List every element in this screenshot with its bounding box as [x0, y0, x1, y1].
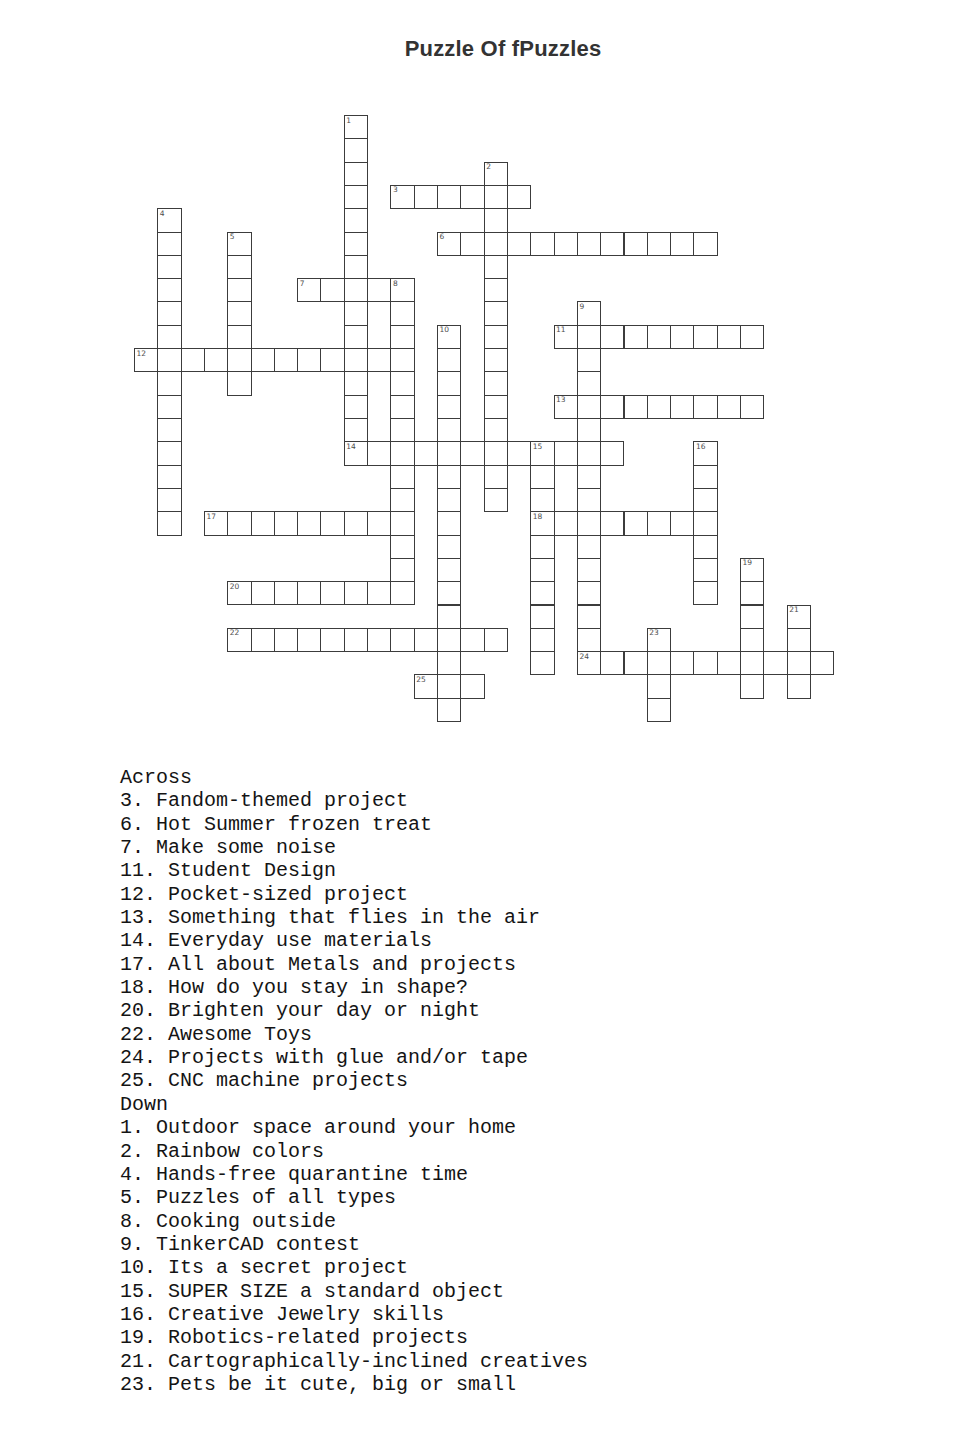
grid-cell[interactable]: [297, 511, 321, 535]
grid-cell[interactable]: [530, 465, 554, 489]
grid-cell[interactable]: 12: [134, 348, 158, 372]
grid-cell[interactable]: [647, 651, 671, 675]
grid-cell[interactable]: [693, 511, 717, 535]
grid-cell[interactable]: 19: [740, 558, 764, 582]
grid-cell[interactable]: [484, 278, 508, 302]
grid-cell[interactable]: [437, 558, 461, 582]
grid-cell[interactable]: 3: [390, 185, 414, 209]
grid-cell[interactable]: [320, 581, 344, 605]
grid-cell[interactable]: 2: [484, 162, 508, 186]
grid-cell[interactable]: [624, 651, 648, 675]
clue-across-6: 6. Hot Summer frozen treat: [120, 813, 588, 836]
clue-down-19: 19. Robotics-related projects: [120, 1326, 588, 1349]
grid-cell[interactable]: [530, 605, 554, 629]
clues-down-heading: Down: [120, 1093, 588, 1116]
cell-number: 19: [743, 559, 753, 567]
grid-cell[interactable]: [554, 232, 578, 256]
cell-number: 18: [533, 513, 543, 521]
grid-cell[interactable]: 6: [437, 232, 461, 256]
grid-cell[interactable]: [530, 628, 554, 652]
grid-cell[interactable]: [717, 651, 741, 675]
grid-cell[interactable]: 24: [577, 651, 601, 675]
grid-cell[interactable]: [507, 441, 531, 465]
grid-cell[interactable]: 1: [344, 115, 368, 139]
grid-cell[interactable]: [600, 511, 624, 535]
grid-cell[interactable]: [740, 395, 764, 419]
grid-cell[interactable]: 10: [437, 325, 461, 349]
grid-cell[interactable]: 18: [530, 511, 554, 535]
cell-number: 25: [416, 676, 426, 684]
grid-cell[interactable]: [344, 255, 368, 279]
grid-cell[interactable]: [437, 441, 461, 465]
grid-cell[interactable]: [740, 605, 764, 629]
grid-cell[interactable]: [367, 511, 391, 535]
grid-cell[interactable]: [740, 628, 764, 652]
grid-cell[interactable]: [344, 348, 368, 372]
grid-cell[interactable]: [390, 371, 414, 395]
grid-cell[interactable]: [320, 511, 344, 535]
grid-cell[interactable]: [670, 651, 694, 675]
grid-cell[interactable]: [577, 371, 601, 395]
grid-cell[interactable]: [437, 698, 461, 722]
grid-cell[interactable]: [460, 441, 484, 465]
grid-cell[interactable]: [484, 301, 508, 325]
grid-cell[interactable]: [320, 348, 344, 372]
grid-cell[interactable]: 14: [344, 441, 368, 465]
grid-cell[interactable]: [251, 511, 275, 535]
grid-cell[interactable]: [204, 348, 228, 372]
grid-cell[interactable]: [647, 698, 671, 722]
clue-across-3: 3. Fandom-themed project: [120, 789, 588, 812]
grid-cell[interactable]: [484, 465, 508, 489]
cell-number: 12: [137, 350, 147, 358]
grid-cell[interactable]: [344, 232, 368, 256]
grid-cell[interactable]: [157, 488, 181, 512]
grid-cell[interactable]: [344, 628, 368, 652]
grid-cell[interactable]: [484, 325, 508, 349]
cell-number: 14: [346, 443, 356, 451]
grid-cell[interactable]: [227, 301, 251, 325]
grid-cell[interactable]: [251, 348, 275, 372]
grid-cell[interactable]: [717, 395, 741, 419]
grid-cell[interactable]: [507, 232, 531, 256]
grid-cell[interactable]: [647, 232, 671, 256]
grid-cell[interactable]: [157, 348, 181, 372]
grid-cell[interactable]: [390, 301, 414, 325]
clue-across-14: 14. Everyday use materials: [120, 929, 588, 952]
cell-number: 8: [393, 280, 398, 288]
grid-cell[interactable]: [157, 418, 181, 442]
clue-down-9: 9. TinkerCAD contest: [120, 1233, 588, 1256]
grid-cell[interactable]: [157, 255, 181, 279]
grid-cell[interactable]: [693, 535, 717, 559]
grid-cell[interactable]: [460, 232, 484, 256]
grid-cell[interactable]: [437, 605, 461, 629]
grid-cell[interactable]: [530, 581, 554, 605]
grid-cell[interactable]: [647, 395, 671, 419]
grid-cell[interactable]: [367, 581, 391, 605]
grid-cell[interactable]: [390, 488, 414, 512]
cell-number: 13: [556, 396, 566, 404]
cell-number: 4: [160, 210, 165, 218]
grid-cell[interactable]: 16: [693, 441, 717, 465]
grid-cell[interactable]: [344, 325, 368, 349]
grid-cell[interactable]: [810, 651, 834, 675]
grid-cell[interactable]: 22: [227, 628, 251, 652]
grid-cell[interactable]: [740, 674, 764, 698]
grid-cell[interactable]: [460, 674, 484, 698]
grid-cell[interactable]: [437, 674, 461, 698]
grid-cell[interactable]: [577, 441, 601, 465]
grid-cell[interactable]: 17: [204, 511, 228, 535]
grid-cell[interactable]: [437, 581, 461, 605]
grid-cell[interactable]: [344, 278, 368, 302]
grid-cell[interactable]: [693, 581, 717, 605]
cell-number: 17: [206, 513, 216, 521]
grid-cell[interactable]: [437, 348, 461, 372]
grid-cell[interactable]: [344, 208, 368, 232]
page: { "title": "Puzzle Of fPuzzles", "game":…: [0, 0, 962, 1432]
clue-down-21: 21. Cartographically-inclined creatives: [120, 1350, 588, 1373]
grid-cell[interactable]: [507, 185, 531, 209]
grid-cell[interactable]: [344, 301, 368, 325]
clue-down-23: 23. Pets be it cute, big or small: [120, 1373, 588, 1396]
grid-cell[interactable]: 8: [390, 278, 414, 302]
clue-across-22: 22. Awesome Toys: [120, 1023, 588, 1046]
cell-number: 21: [789, 606, 799, 614]
grid-cell[interactable]: [577, 558, 601, 582]
grid-cell[interactable]: [297, 348, 321, 372]
grid-cell[interactable]: 25: [414, 674, 438, 698]
cell-number: 24: [579, 653, 589, 661]
cell-number: 1: [346, 117, 351, 125]
clue-down-8: 8. Cooking outside: [120, 1210, 588, 1233]
cell-number: 23: [649, 629, 659, 637]
clue-down-5: 5. Puzzles of all types: [120, 1186, 588, 1209]
grid-cell[interactable]: [390, 558, 414, 582]
grid-cell[interactable]: [647, 511, 671, 535]
grid-cell[interactable]: [344, 395, 368, 419]
grid-cell[interactable]: [414, 441, 438, 465]
grid-cell[interactable]: [390, 465, 414, 489]
grid-cell[interactable]: 20: [227, 581, 251, 605]
grid-cell[interactable]: [344, 371, 368, 395]
grid-cell[interactable]: [577, 628, 601, 652]
clues-across-heading: Across: [120, 766, 588, 789]
grid-cell[interactable]: [390, 628, 414, 652]
grid-cell[interactable]: [600, 325, 624, 349]
grid-cell[interactable]: [344, 185, 368, 209]
grid-cell[interactable]: [577, 325, 601, 349]
clue-across-13: 13. Something that flies in the air: [120, 906, 588, 929]
grid-cell[interactable]: [157, 232, 181, 256]
grid-cell[interactable]: [274, 511, 298, 535]
clue-down-16: 16. Creative Jewelry skills: [120, 1303, 588, 1326]
grid-cell[interactable]: [414, 185, 438, 209]
cell-number: 10: [440, 326, 450, 334]
grid-cell[interactable]: [577, 418, 601, 442]
grid-cell[interactable]: [670, 232, 694, 256]
grid-cell[interactable]: [367, 628, 391, 652]
grid-cell[interactable]: [484, 628, 508, 652]
grid-cell[interactable]: 4: [157, 208, 181, 232]
grid-cell[interactable]: [390, 395, 414, 419]
grid-cell[interactable]: 7: [297, 278, 321, 302]
clue-across-17: 17. All about Metals and projects: [120, 953, 588, 976]
cell-number: 11: [556, 326, 566, 334]
grid-cell[interactable]: [437, 185, 461, 209]
grid-cell[interactable]: [251, 581, 275, 605]
grid-cell[interactable]: [484, 208, 508, 232]
grid-cell[interactable]: [251, 628, 275, 652]
clue-across-11: 11. Student Design: [120, 859, 588, 882]
grid-cell[interactable]: [367, 441, 391, 465]
grid-cell[interactable]: [670, 395, 694, 419]
grid-cell[interactable]: [740, 325, 764, 349]
grid-cell[interactable]: [693, 232, 717, 256]
grid-cell[interactable]: [274, 348, 298, 372]
clue-down-2: 2. Rainbow colors: [120, 1140, 588, 1163]
grid-cell[interactable]: [227, 348, 251, 372]
grid-cell[interactable]: [157, 395, 181, 419]
grid-cell[interactable]: [577, 348, 601, 372]
cell-number: 5: [230, 233, 235, 241]
clue-across-12: 12. Pocket-sized project: [120, 883, 588, 906]
grid-cell[interactable]: [320, 628, 344, 652]
grid-cell[interactable]: [157, 301, 181, 325]
grid-cell[interactable]: [344, 511, 368, 535]
grid-cell[interactable]: 13: [554, 395, 578, 419]
grid-cell[interactable]: [693, 488, 717, 512]
grid-cell[interactable]: [577, 535, 601, 559]
cell-number: 20: [230, 583, 240, 591]
grid-cell[interactable]: [693, 558, 717, 582]
grid-cell[interactable]: [157, 511, 181, 535]
grid-cell[interactable]: [390, 348, 414, 372]
grid-cell[interactable]: [577, 232, 601, 256]
grid-cell[interactable]: [390, 418, 414, 442]
grid-cell[interactable]: [577, 581, 601, 605]
grid-cell[interactable]: [437, 371, 461, 395]
grid-cell[interactable]: [157, 371, 181, 395]
grid-cell[interactable]: [624, 511, 648, 535]
grid-cell[interactable]: [530, 651, 554, 675]
grid-cell[interactable]: [437, 628, 461, 652]
grid-cell[interactable]: 15: [530, 441, 554, 465]
grid-cell[interactable]: [390, 511, 414, 535]
grid-cell[interactable]: [274, 581, 298, 605]
clue-down-10: 10. Its a secret project: [120, 1256, 588, 1279]
page-title: Puzzle Of fPuzzles: [44, 36, 962, 62]
crossword-board: 1234567891011121314151617181920212223242…: [134, 115, 839, 727]
grid-cell[interactable]: [554, 511, 578, 535]
grid-cell[interactable]: 9: [577, 301, 601, 325]
grid-cell[interactable]: [670, 511, 694, 535]
grid-cell[interactable]: [484, 185, 508, 209]
grid-cell[interactable]: [577, 465, 601, 489]
grid-cell[interactable]: [530, 232, 554, 256]
grid-cell[interactable]: [577, 605, 601, 629]
grid-cell[interactable]: [344, 581, 368, 605]
grid-cell[interactable]: [530, 535, 554, 559]
grid-cell[interactable]: [227, 511, 251, 535]
grid-cell[interactable]: [297, 628, 321, 652]
cell-number: 2: [486, 163, 491, 171]
clue-down-15: 15. SUPER SIZE a standard object: [120, 1280, 588, 1303]
grid-cell[interactable]: [437, 535, 461, 559]
grid-cell[interactable]: [484, 232, 508, 256]
grid-cell[interactable]: [227, 255, 251, 279]
grid-cell[interactable]: [554, 441, 578, 465]
grid-cell[interactable]: [274, 628, 298, 652]
grid-cell[interactable]: [787, 628, 811, 652]
grid-cell[interactable]: [577, 395, 601, 419]
cell-number: 16: [696, 443, 706, 451]
cell-number: 6: [440, 233, 445, 241]
grid-cell[interactable]: [437, 395, 461, 419]
grid-cell[interactable]: [600, 441, 624, 465]
grid-cell[interactable]: [344, 138, 368, 162]
grid-cell[interactable]: [367, 278, 391, 302]
grid-cell[interactable]: [437, 651, 461, 675]
grid-cell[interactable]: [484, 348, 508, 372]
grid-cell[interactable]: [460, 185, 484, 209]
grid-cell[interactable]: [787, 674, 811, 698]
grid-cell[interactable]: [390, 581, 414, 605]
grid-cell[interactable]: [320, 278, 344, 302]
clue-across-18: 18. How do you stay in shape?: [120, 976, 588, 999]
clue-across-20: 20. Brighten your day or night: [120, 999, 588, 1022]
grid-cell[interactable]: [460, 628, 484, 652]
grid-cell[interactable]: [297, 581, 321, 605]
grid-cell[interactable]: [693, 395, 717, 419]
grid-cell[interactable]: [484, 441, 508, 465]
grid-cell[interactable]: [390, 441, 414, 465]
grid-cell[interactable]: [367, 348, 391, 372]
grid-cell[interactable]: [647, 674, 671, 698]
clue-across-7: 7. Make some noise: [120, 836, 588, 859]
cell-number: 22: [230, 629, 240, 637]
grid-cell[interactable]: [670, 325, 694, 349]
grid-cell[interactable]: [344, 162, 368, 186]
grid-cell[interactable]: [693, 651, 717, 675]
grid-cell[interactable]: [600, 395, 624, 419]
grid-cell[interactable]: [484, 418, 508, 442]
grid-cell[interactable]: [227, 278, 251, 302]
grid-cell[interactable]: [181, 348, 205, 372]
grid-cell[interactable]: [740, 651, 764, 675]
grid-cell[interactable]: [390, 325, 414, 349]
grid-cell[interactable]: [414, 628, 438, 652]
grid-cell[interactable]: [624, 395, 648, 419]
grid-cell[interactable]: [647, 325, 671, 349]
grid-cell[interactable]: [693, 465, 717, 489]
grid-cell[interactable]: [437, 465, 461, 489]
grid-cell[interactable]: [437, 511, 461, 535]
grid-cell[interactable]: [227, 371, 251, 395]
clue-across-25: 25. CNC machine projects: [120, 1069, 588, 1092]
grid-cell[interactable]: 5: [227, 232, 251, 256]
grid-cell[interactable]: [157, 325, 181, 349]
grid-cell[interactable]: [227, 325, 251, 349]
clue-list: Across3. Fandom-themed project6. Hot Sum…: [120, 766, 588, 1396]
clue-across-24: 24. Projects with glue and/or tape: [120, 1046, 588, 1069]
grid-cell[interactable]: [484, 488, 508, 512]
grid-cell[interactable]: [484, 371, 508, 395]
grid-cell[interactable]: [530, 488, 554, 512]
clue-down-1: 1. Outdoor space around your home: [120, 1116, 588, 1139]
clue-down-4: 4. Hands-free quarantine time: [120, 1163, 588, 1186]
grid-cell[interactable]: [437, 488, 461, 512]
grid-cell[interactable]: [437, 418, 461, 442]
grid-cell[interactable]: [740, 581, 764, 605]
cell-number: 15: [533, 443, 543, 451]
grid-cell[interactable]: [577, 511, 601, 535]
grid-cell[interactable]: 23: [647, 628, 671, 652]
grid-cell[interactable]: [600, 232, 624, 256]
cell-number: 3: [393, 186, 398, 194]
grid-cell[interactable]: [624, 325, 648, 349]
cell-number: 7: [300, 280, 305, 288]
grid-cell[interactable]: [717, 325, 741, 349]
grid-cell[interactable]: [577, 488, 601, 512]
grid-cell[interactable]: [763, 651, 787, 675]
grid-cell[interactable]: [390, 535, 414, 559]
grid-cell[interactable]: [157, 441, 181, 465]
cell-number: 9: [579, 303, 584, 311]
grid-cell[interactable]: [693, 325, 717, 349]
grid-cell[interactable]: [624, 232, 648, 256]
grid-cell[interactable]: 21: [787, 605, 811, 629]
grid-cell[interactable]: [484, 255, 508, 279]
grid-cell[interactable]: [344, 418, 368, 442]
grid-cell[interactable]: [484, 395, 508, 419]
grid-cell[interactable]: [157, 465, 181, 489]
grid-cell[interactable]: [157, 278, 181, 302]
grid-cell[interactable]: [530, 558, 554, 582]
grid-cell[interactable]: [600, 651, 624, 675]
grid-cell[interactable]: [787, 651, 811, 675]
grid-cell[interactable]: 11: [554, 325, 578, 349]
